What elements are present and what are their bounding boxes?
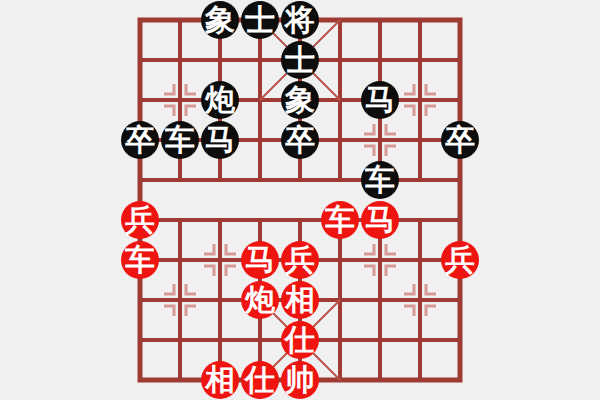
piece-black-chariot[interactable]: 车 bbox=[161, 121, 199, 159]
piece-red-general[interactable]: 帅 bbox=[281, 361, 319, 399]
piece-red-horse[interactable]: 马 bbox=[241, 241, 279, 279]
piece-black-chariot[interactable]: 车 bbox=[361, 161, 399, 199]
piece-black-advisor[interactable]: 士 bbox=[241, 1, 279, 39]
piece-black-soldier[interactable]: 卒 bbox=[121, 121, 159, 159]
pieces-layer: 象士将士炮象马卒车马卒卒车兵车马车马兵兵炮相仕相仕帅 bbox=[120, 0, 480, 400]
piece-red-chariot[interactable]: 车 bbox=[121, 241, 159, 279]
xiangqi-app: 象士将士炮象马卒车马卒卒车兵车马车马兵兵炮相仕相仕帅 bbox=[0, 0, 600, 400]
piece-black-elephant[interactable]: 象 bbox=[281, 81, 319, 119]
piece-black-soldier[interactable]: 卒 bbox=[441, 121, 479, 159]
piece-red-advisor[interactable]: 仕 bbox=[241, 361, 279, 399]
piece-red-soldier[interactable]: 兵 bbox=[121, 201, 159, 239]
piece-black-general[interactable]: 将 bbox=[281, 1, 319, 39]
piece-black-soldier[interactable]: 卒 bbox=[281, 121, 319, 159]
piece-red-advisor[interactable]: 仕 bbox=[281, 321, 319, 359]
piece-red-elephant[interactable]: 相 bbox=[201, 361, 239, 399]
piece-black-horse[interactable]: 马 bbox=[361, 81, 399, 119]
piece-red-horse[interactable]: 马 bbox=[361, 201, 399, 239]
piece-red-soldier[interactable]: 兵 bbox=[281, 241, 319, 279]
xiangqi-board[interactable]: 象士将士炮象马卒车马卒卒车兵车马车马兵兵炮相仕相仕帅 bbox=[0, 0, 600, 400]
piece-black-advisor[interactable]: 士 bbox=[281, 41, 319, 79]
piece-red-elephant[interactable]: 相 bbox=[281, 281, 319, 319]
piece-black-horse[interactable]: 马 bbox=[201, 121, 239, 159]
piece-red-chariot[interactable]: 车 bbox=[321, 201, 359, 239]
piece-black-elephant[interactable]: 象 bbox=[201, 1, 239, 39]
piece-black-cannon[interactable]: 炮 bbox=[201, 81, 239, 119]
piece-red-cannon[interactable]: 炮 bbox=[241, 281, 279, 319]
piece-red-soldier[interactable]: 兵 bbox=[441, 241, 479, 279]
